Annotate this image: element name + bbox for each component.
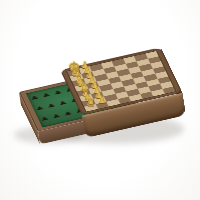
chess-set-photo: ♟♟♟♟♟♟♟♟♟♟♟♟ ♟♚♟♛♟♝♟♞♟♜♟♝♟♞♟♜ <box>0 0 200 200</box>
chess-box: ♟♟♟♟♟♟♟♟♟♟♟♟ <box>60 47 183 115</box>
board-square-h1 <box>162 86 176 94</box>
